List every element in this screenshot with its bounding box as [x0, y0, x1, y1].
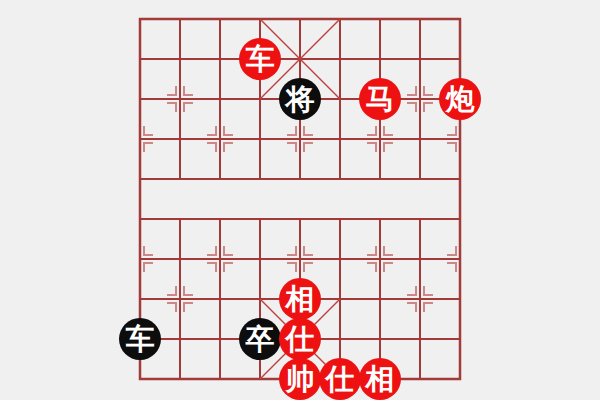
red-elephant[interactable]: 相 [279, 278, 321, 320]
red-horse[interactable]: 马 [359, 78, 401, 120]
pieces-layer: 车将马炮相车卒仕帅仕相 [120, 0, 480, 399]
red-elephant[interactable]: 相 [359, 358, 401, 400]
screen: 车将马炮相车卒仕帅仕相 [0, 0, 600, 400]
black-soldier[interactable]: 卒 [239, 318, 281, 360]
black-chariot[interactable]: 车 [119, 318, 161, 360]
red-chariot[interactable]: 车 [239, 38, 281, 80]
red-advisor[interactable]: 仕 [279, 318, 321, 360]
red-cannon[interactable]: 炮 [439, 78, 481, 120]
red-general[interactable]: 帅 [279, 358, 321, 400]
red-advisor[interactable]: 仕 [319, 358, 361, 400]
black-general[interactable]: 将 [279, 78, 321, 120]
